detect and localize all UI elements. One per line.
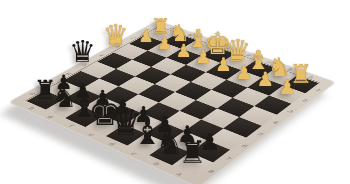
file-label-far-b: b <box>286 67 293 71</box>
file-label-far-d: d <box>245 53 252 57</box>
file-label-far-c: c <box>265 60 272 64</box>
file-label-near-h: h <box>27 106 35 110</box>
file-label-near-a: a <box>175 171 184 176</box>
file-label-near-g: g <box>46 114 54 118</box>
rank-label-right-3: 3 <box>286 109 294 113</box>
product-photo-stage: hhggffeeddccbbaa1122334455667788 ♜♞♟♛♝♟♚… <box>0 0 350 184</box>
file-label-near-f: f <box>67 123 74 127</box>
file-label-near-e: e <box>87 132 95 137</box>
file-label-far-h: h <box>168 27 175 30</box>
rank-label-right-5: 5 <box>256 132 264 137</box>
chess-board-mat: hhggffeeddccbbaa1122334455667788 <box>8 20 337 184</box>
rank-label-right-1: 1 <box>314 88 321 92</box>
file-label-far-e: e <box>225 46 232 49</box>
board-scene: hhggffeeddccbbaa1122334455667788 ♜♞♟♛♝♟♚… <box>0 0 350 184</box>
file-label-far-f: f <box>206 40 212 43</box>
rank-label-right-7: 7 <box>223 156 232 161</box>
file-label-far-a: a <box>308 75 315 79</box>
file-label-near-c: c <box>130 151 138 156</box>
rank-label-right-6: 6 <box>240 144 248 149</box>
file-label-near-b: b <box>152 161 161 166</box>
file-label-far-g: g <box>187 33 194 36</box>
rank-label-right-8: 8 <box>206 169 215 174</box>
rank-label-right-4: 4 <box>271 120 279 125</box>
file-label-near-d: d <box>108 141 117 146</box>
rank-label-right-2: 2 <box>300 98 308 102</box>
squares-grid <box>157 20 336 82</box>
